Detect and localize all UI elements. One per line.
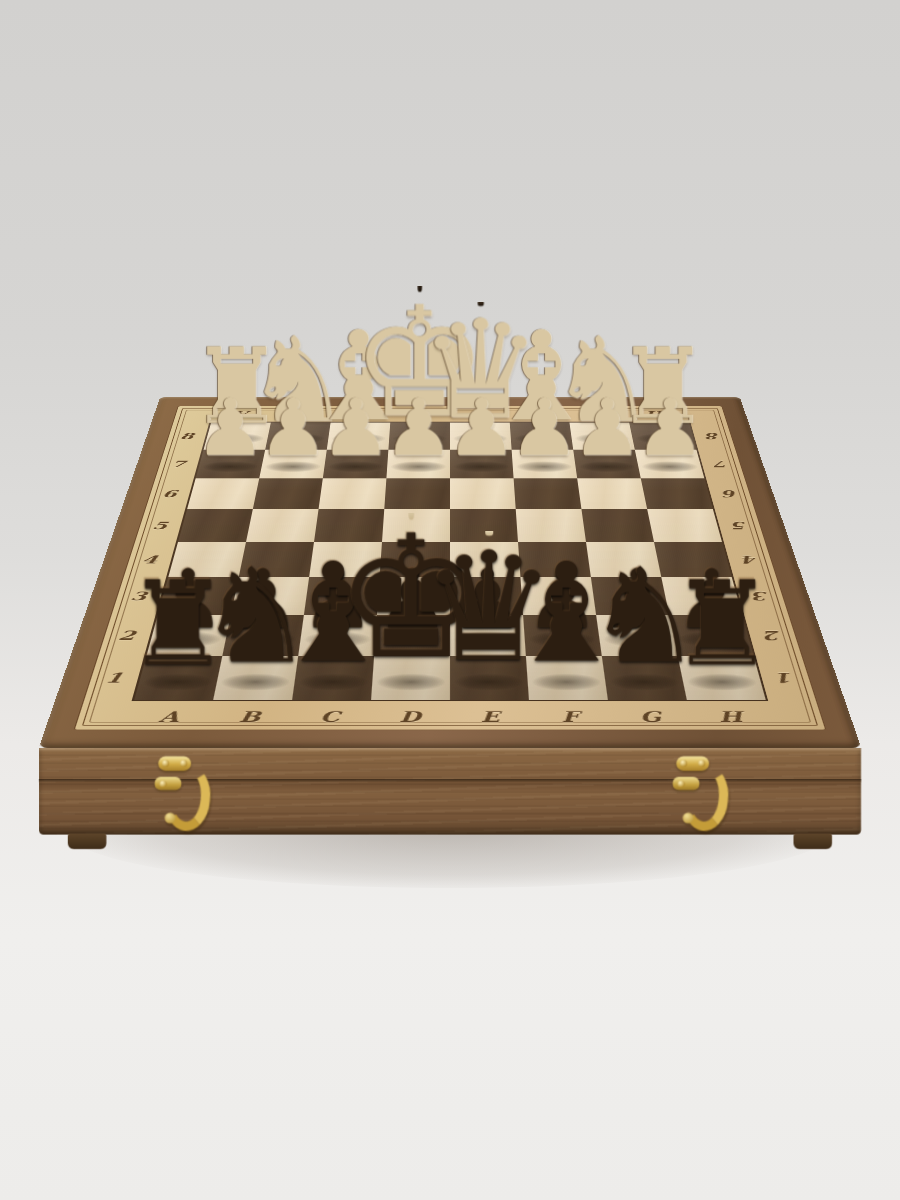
photo-stage: AABBCCDDEEFFGGHH1122334455667788 ♜♞♝♚♛♝♞… [0, 0, 900, 1200]
brass-latch-right[interactable] [670, 756, 716, 826]
box-front-face [39, 748, 861, 835]
latch-hook [162, 764, 213, 834]
queen-finial [485, 528, 493, 536]
king-finial [408, 500, 414, 519]
brass-latch-left[interactable] [152, 756, 198, 826]
chess-box-top: AABBCCDDEEFFGGHH1122334455667788 ♜♞♝♚♛♝♞… [39, 397, 861, 748]
queen-finial [477, 300, 483, 306]
box-foot-right [793, 833, 832, 849]
box-foot-left [68, 833, 107, 849]
king-finial [417, 277, 421, 292]
rook-glyph: ♜ [670, 565, 775, 682]
latch-hook [680, 764, 731, 834]
